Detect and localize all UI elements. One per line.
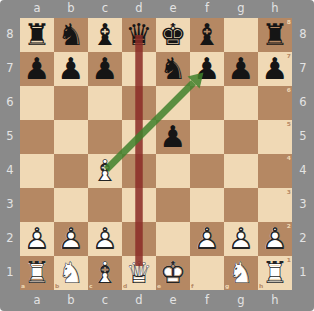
inner-rank-coord-4: 4 [287, 155, 291, 161]
square-h2[interactable]: ♟♙2 [258, 222, 292, 256]
square-h4[interactable]: 4 [258, 154, 292, 188]
file-label-e: e [156, 290, 190, 311]
square-b2[interactable]: ♟♙ [54, 222, 88, 256]
square-d6[interactable] [122, 86, 156, 120]
square-d1[interactable]: ♛♕d [122, 256, 156, 290]
white-pawn-outline-glyph: ♙ [54, 222, 88, 256]
square-h6[interactable]: 6 [258, 86, 292, 120]
rank-label-1: 1 [0, 256, 20, 290]
square-h5[interactable]: 5 [258, 120, 292, 154]
piece-black-queen[interactable]: ♛ [122, 18, 156, 52]
square-b5[interactable] [54, 120, 88, 154]
rank-label-6: 6 [292, 86, 314, 120]
square-e8[interactable]: ♚ [156, 18, 190, 52]
white-rook-outline-glyph: ♖ [258, 256, 292, 290]
file-label-g: g [224, 290, 258, 311]
square-g8[interactable] [224, 18, 258, 52]
black-knight-glyph: ♞ [156, 52, 190, 86]
square-d3[interactable] [122, 188, 156, 222]
rank-label-4: 4 [0, 154, 20, 188]
piece-black-rook[interactable]: ♜ [258, 18, 292, 52]
inner-rank-coord-6: 6 [287, 87, 291, 93]
file-label-f: f [190, 290, 224, 311]
square-g4[interactable] [224, 154, 258, 188]
square-a2[interactable]: ♟♙ [20, 222, 54, 256]
square-g2[interactable]: ♟♙ [224, 222, 258, 256]
square-c2[interactable]: ♟♙ [88, 222, 122, 256]
square-d2[interactable] [122, 222, 156, 256]
file-label-b: b [54, 0, 88, 18]
square-c8[interactable]: ♝ [88, 18, 122, 52]
rank-labels-left: 87654321 [0, 18, 20, 290]
rank-label-6: 6 [0, 86, 20, 120]
rank-label-4: 4 [292, 154, 314, 188]
rank-label-3: 3 [292, 188, 314, 222]
piece-black-knight[interactable]: ♞ [156, 52, 190, 86]
rank-label-8: 8 [0, 18, 20, 52]
white-bishop-outline-glyph: ♗ [88, 154, 122, 188]
rank-label-1: 1 [292, 256, 314, 290]
rank-label-3: 3 [0, 188, 20, 222]
piece-black-pawn[interactable]: ♟ [224, 52, 258, 86]
white-pawn-outline-glyph: ♙ [258, 222, 292, 256]
square-h3[interactable]: 3 [258, 188, 292, 222]
file-label-e: e [156, 0, 190, 18]
square-f3[interactable] [190, 188, 224, 222]
white-pawn-outline-glyph: ♙ [224, 222, 258, 256]
black-pawn-glyph: ♟ [258, 52, 292, 86]
file-labels-bottom: abcdefgh [20, 290, 292, 311]
file-label-c: c [88, 290, 122, 311]
square-c1[interactable]: ♝♗c [88, 256, 122, 290]
black-pawn-glyph: ♟ [54, 52, 88, 86]
square-c3[interactable] [88, 188, 122, 222]
black-pawn-glyph: ♟ [224, 52, 258, 86]
square-h1[interactable]: ♜♖1h [258, 256, 292, 290]
square-f4[interactable] [190, 154, 224, 188]
square-b4[interactable] [54, 154, 88, 188]
file-label-h: h [258, 290, 292, 311]
piece-black-pawn[interactable]: ♟ [20, 52, 54, 86]
file-label-f: f [190, 0, 224, 18]
square-a5[interactable] [20, 120, 54, 154]
square-c4[interactable]: ♝♗ [88, 154, 122, 188]
black-pawn-glyph: ♟ [190, 52, 224, 86]
file-label-d: d [122, 0, 156, 18]
square-g7[interactable]: ♟ [224, 52, 258, 86]
inner-rank-coord-5: 5 [287, 121, 291, 127]
inner-rank-coord-3: 3 [287, 189, 291, 195]
white-rook-outline-glyph: ♖ [20, 256, 54, 290]
file-label-d: d [122, 290, 156, 311]
square-a1[interactable]: ♜♖a [20, 256, 54, 290]
square-e6[interactable] [156, 86, 190, 120]
square-h7[interactable]: ♟7 [258, 52, 292, 86]
piece-black-pawn[interactable]: ♟ [190, 52, 224, 86]
black-knight-glyph: ♞ [54, 18, 88, 52]
piece-white-pawn[interactable]: ♟♙ [190, 222, 224, 256]
piece-white-rook[interactable]: ♜♖ [258, 256, 292, 290]
square-b3[interactable] [54, 188, 88, 222]
square-c5[interactable] [88, 120, 122, 154]
piece-white-queen[interactable]: ♛♕ [122, 256, 156, 290]
white-bishop-outline-glyph: ♗ [88, 256, 122, 290]
square-e7[interactable]: ♞ [156, 52, 190, 86]
square-c7[interactable]: ♟ [88, 52, 122, 86]
piece-black-pawn[interactable]: ♟ [156, 120, 190, 154]
white-pawn-outline-glyph: ♙ [20, 222, 54, 256]
square-g3[interactable] [224, 188, 258, 222]
piece-black-knight[interactable]: ♞ [54, 18, 88, 52]
piece-white-knight[interactable]: ♞♘ [54, 256, 88, 290]
piece-white-knight[interactable]: ♞♘ [224, 256, 258, 290]
square-f7[interactable]: ♟ [190, 52, 224, 86]
piece-black-bishop[interactable]: ♝ [88, 18, 122, 52]
file-label-b: b [54, 290, 88, 311]
file-label-a: a [20, 290, 54, 311]
square-e3[interactable] [156, 188, 190, 222]
square-c6[interactable] [88, 86, 122, 120]
square-f5[interactable] [190, 120, 224, 154]
square-d8[interactable]: ♛ [122, 18, 156, 52]
square-d4[interactable] [122, 154, 156, 188]
square-f6[interactable] [190, 86, 224, 120]
square-a6[interactable] [20, 86, 54, 120]
piece-black-king[interactable]: ♚ [156, 18, 190, 52]
square-d5[interactable] [122, 120, 156, 154]
rank-label-8: 8 [292, 18, 314, 52]
rank-label-2: 2 [292, 222, 314, 256]
black-rook-glyph: ♜ [258, 18, 292, 52]
rank-label-2: 2 [0, 222, 20, 256]
white-king-outline-glyph: ♔ [156, 256, 190, 290]
piece-white-pawn[interactable]: ♟♙ [88, 222, 122, 256]
square-b8[interactable]: ♞ [54, 18, 88, 52]
square-b7[interactable]: ♟ [54, 52, 88, 86]
piece-white-king[interactable]: ♚♔ [156, 256, 190, 290]
square-h8[interactable]: ♜8 [258, 18, 292, 52]
square-g6[interactable] [224, 86, 258, 120]
piece-white-rook[interactable]: ♜♖ [20, 256, 54, 290]
square-b6[interactable] [54, 86, 88, 120]
square-g5[interactable] [224, 120, 258, 154]
white-queen-outline-glyph: ♕ [122, 256, 156, 290]
piece-white-pawn[interactable]: ♟♙ [224, 222, 258, 256]
black-rook-glyph: ♜ [20, 18, 54, 52]
black-pawn-glyph: ♟ [156, 120, 190, 154]
square-a8[interactable]: ♜ [20, 18, 54, 52]
piece-white-bishop[interactable]: ♝♗ [88, 154, 122, 188]
piece-black-pawn[interactable]: ♟ [54, 52, 88, 86]
square-e2[interactable] [156, 222, 190, 256]
black-pawn-glyph: ♟ [88, 52, 122, 86]
black-pawn-glyph: ♟ [20, 52, 54, 86]
square-e5[interactable]: ♟ [156, 120, 190, 154]
piece-black-pawn[interactable]: ♟ [88, 52, 122, 86]
square-e4[interactable] [156, 154, 190, 188]
square-a3[interactable] [20, 188, 54, 222]
file-label-g: g [224, 0, 258, 18]
square-d7[interactable] [122, 52, 156, 86]
black-bishop-glyph: ♝ [88, 18, 122, 52]
square-a7[interactable]: ♟ [20, 52, 54, 86]
rank-label-5: 5 [0, 120, 20, 154]
black-king-glyph: ♚ [156, 18, 190, 52]
black-bishop-glyph: ♝ [190, 18, 224, 52]
white-pawn-outline-glyph: ♙ [190, 222, 224, 256]
white-knight-outline-glyph: ♘ [224, 256, 258, 290]
piece-white-bishop[interactable]: ♝♗ [88, 256, 122, 290]
square-a4[interactable] [20, 154, 54, 188]
inner-file-coord-f: f [191, 283, 194, 289]
file-label-h: h [258, 0, 292, 18]
square-f8[interactable]: ♝ [190, 18, 224, 52]
rank-label-7: 7 [0, 52, 20, 86]
chess-board-frame: abcdefgh abcdefgh 87654321 87654321 ♜♞♝♛… [0, 0, 314, 311]
piece-black-pawn[interactable]: ♟ [258, 52, 292, 86]
square-g1[interactable]: ♞♘g [224, 256, 258, 290]
black-queen-glyph: ♛ [122, 18, 156, 52]
piece-white-pawn[interactable]: ♟♙ [54, 222, 88, 256]
piece-white-pawn[interactable]: ♟♙ [20, 222, 54, 256]
square-f2[interactable]: ♟♙ [190, 222, 224, 256]
file-labels-top: abcdefgh [20, 0, 292, 18]
file-label-c: c [88, 0, 122, 18]
square-f1[interactable]: f [190, 256, 224, 290]
piece-black-rook[interactable]: ♜ [20, 18, 54, 52]
rank-labels-right: 87654321 [292, 18, 314, 290]
file-label-a: a [20, 0, 54, 18]
square-e1[interactable]: ♚♔e [156, 256, 190, 290]
rank-label-5: 5 [292, 120, 314, 154]
rank-label-7: 7 [292, 52, 314, 86]
piece-black-bishop[interactable]: ♝ [190, 18, 224, 52]
white-pawn-outline-glyph: ♙ [88, 222, 122, 256]
chess-board: ♜♞♝♛♚♝♜8♟♟♟♞♟♟♟76♟5♝♗43♟♙♟♙♟♙♟♙♟♙♟♙2♜♖a♞… [20, 18, 292, 290]
piece-white-pawn[interactable]: ♟♙ [258, 222, 292, 256]
white-knight-outline-glyph: ♘ [54, 256, 88, 290]
square-b1[interactable]: ♞♘b [54, 256, 88, 290]
